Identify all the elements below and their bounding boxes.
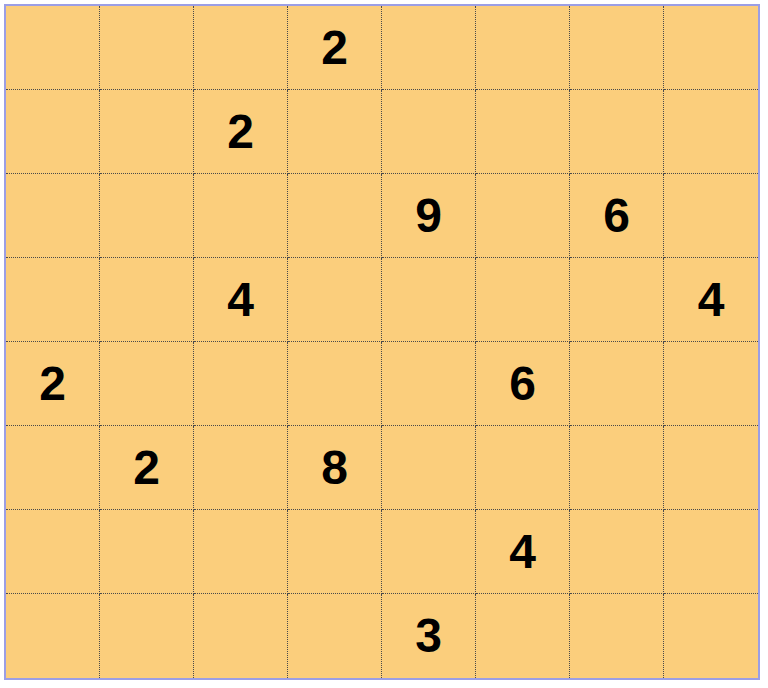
cell[interactable]: [382, 426, 476, 510]
cell[interactable]: [382, 6, 476, 90]
cell[interactable]: [664, 510, 758, 594]
cell[interactable]: [288, 174, 382, 258]
clue-cell: 4: [194, 258, 288, 342]
puzzle-board: 229644262843: [4, 4, 760, 680]
cell[interactable]: [194, 594, 288, 678]
cell[interactable]: [476, 594, 570, 678]
clue-cell: 2: [288, 6, 382, 90]
cell[interactable]: [476, 258, 570, 342]
cell[interactable]: [288, 510, 382, 594]
cell[interactable]: [476, 90, 570, 174]
clue-cell: 2: [100, 426, 194, 510]
cell[interactable]: [100, 594, 194, 678]
clue-cell: 2: [6, 342, 100, 426]
cell[interactable]: [664, 342, 758, 426]
cell[interactable]: [570, 342, 664, 426]
cell[interactable]: [6, 6, 100, 90]
cell[interactable]: [194, 510, 288, 594]
cell[interactable]: [6, 174, 100, 258]
cell[interactable]: [100, 174, 194, 258]
cell[interactable]: [664, 6, 758, 90]
cell[interactable]: [570, 426, 664, 510]
cell[interactable]: [288, 594, 382, 678]
clue-cell: 9: [382, 174, 476, 258]
cell[interactable]: [6, 510, 100, 594]
cell[interactable]: [194, 6, 288, 90]
cell[interactable]: [476, 174, 570, 258]
cell[interactable]: [570, 510, 664, 594]
cell[interactable]: [6, 258, 100, 342]
cell[interactable]: [664, 90, 758, 174]
clue-cell: 8: [288, 426, 382, 510]
cell[interactable]: [100, 90, 194, 174]
clue-cell: 6: [476, 342, 570, 426]
cell[interactable]: [570, 594, 664, 678]
cell[interactable]: [6, 90, 100, 174]
cell[interactable]: [194, 174, 288, 258]
clue-cell: 2: [194, 90, 288, 174]
cell[interactable]: [476, 426, 570, 510]
cell[interactable]: [382, 258, 476, 342]
cell[interactable]: [100, 6, 194, 90]
clue-cell: 6: [570, 174, 664, 258]
clue-cell: 3: [382, 594, 476, 678]
cell[interactable]: [194, 426, 288, 510]
cell[interactable]: [382, 510, 476, 594]
cell[interactable]: [570, 90, 664, 174]
cell[interactable]: [382, 342, 476, 426]
cell[interactable]: [288, 258, 382, 342]
cell[interactable]: [194, 342, 288, 426]
cell[interactable]: [664, 426, 758, 510]
cell[interactable]: [382, 90, 476, 174]
cell[interactable]: [664, 594, 758, 678]
cell[interactable]: [570, 6, 664, 90]
cell[interactable]: [288, 90, 382, 174]
cell[interactable]: [100, 510, 194, 594]
clue-cell: 4: [476, 510, 570, 594]
cell[interactable]: [6, 426, 100, 510]
cell[interactable]: [664, 174, 758, 258]
cell[interactable]: [476, 6, 570, 90]
cell[interactable]: [6, 594, 100, 678]
cell[interactable]: [570, 258, 664, 342]
cell[interactable]: [100, 342, 194, 426]
cell[interactable]: [100, 258, 194, 342]
clue-cell: 4: [664, 258, 758, 342]
cell[interactable]: [288, 342, 382, 426]
